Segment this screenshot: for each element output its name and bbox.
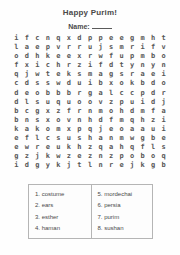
grid-cell-r8c2: l	[22, 98, 33, 107]
grid-cell-r6c4: s	[43, 79, 54, 88]
grid-cell-r8c15: j	[158, 98, 169, 107]
grid-cell-r3c4: k	[43, 52, 54, 61]
grid-cell-r6c15: o	[158, 79, 169, 88]
grid-cell-r15c11: e	[116, 161, 127, 170]
grid-cell-r15c1: i	[11, 161, 22, 170]
grid-cell-r7c2: e	[22, 89, 33, 98]
page-title: Happy Purim!	[0, 8, 180, 17]
grid-cell-r1c15: t	[158, 34, 169, 43]
grid-cell-r9c11: h	[116, 107, 127, 116]
grid-cell-r12c3: l	[32, 134, 43, 143]
grid-cell-r4c2: x	[22, 61, 33, 70]
grid-cell-r15c12: j	[127, 161, 138, 170]
grid-cell-r13c8: z	[85, 143, 96, 152]
grid-cell-r4c10: d	[106, 61, 117, 70]
grid-cell-r3c12: p	[127, 52, 138, 61]
grid-cell-r2c2: a	[22, 43, 33, 52]
grid-cell-r10c8: h	[85, 116, 96, 125]
grid-cell-r5c11: s	[116, 70, 127, 79]
grid-cell-r15c5: k	[53, 161, 64, 170]
grid-cell-r14c12: o	[127, 152, 138, 161]
grid-cell-r1c8: p	[85, 34, 96, 43]
grid-cell-r4c13: n	[137, 61, 148, 70]
grid-cell-r14c9: n	[95, 152, 106, 161]
grid-cell-r10c2: n	[22, 116, 33, 125]
grid-cell-r3c6: e	[64, 52, 75, 61]
grid-cell-r9c4: x	[43, 107, 54, 116]
grid-cell-r10c11: m	[116, 116, 127, 125]
word-item: 1. costume	[35, 189, 89, 200]
grid-cell-r12c10: n	[106, 134, 117, 143]
grid-cell-r9c3: g	[32, 107, 43, 116]
grid-cell-r10c13: h	[137, 116, 148, 125]
grid-cell-r1c12: g	[127, 34, 138, 43]
word-item: 3. esther	[35, 212, 89, 223]
grid-cell-r4c5: h	[53, 61, 64, 70]
grid-cell-r8c9: v	[95, 98, 106, 107]
grid-cell-r6c6: d	[64, 79, 75, 88]
grid-cell-r14c13: b	[137, 152, 148, 161]
grid-cell-r11c14: u	[148, 125, 159, 134]
grid-cell-r7c12: c	[127, 89, 138, 98]
grid-cell-r14c7: e	[74, 152, 85, 161]
grid-cell-r8c1: d	[11, 98, 22, 107]
grid-cell-r9c1: b	[11, 107, 22, 116]
grid-cell-r4c6: r	[64, 61, 75, 70]
grid-cell-r10c5: o	[53, 116, 64, 125]
grid-cell-r10c9: d	[95, 116, 106, 125]
grid-cell-r8c6: u	[64, 98, 75, 107]
word-item: 6. persia	[98, 200, 151, 211]
word-search-grid: ifcnqxdppeegmhtlaepvrrujsmrifvodhkeexrwf…	[11, 34, 169, 170]
grid-cell-r12c8: h	[85, 134, 96, 143]
grid-cell-r4c7: z	[74, 61, 85, 70]
worksheet-page: Happy Purim! Name: ifcnqxdppeegmhtlaepvr…	[0, 0, 180, 255]
grid-cell-r11c9: j	[95, 125, 106, 134]
grid-cell-r14c15: q	[158, 152, 169, 161]
grid-cell-r13c13: f	[137, 143, 148, 152]
grid-cell-r14c6: z	[64, 152, 75, 161]
grid-cell-r2c7: r	[74, 43, 85, 52]
grid-cell-r7c7: r	[74, 89, 85, 98]
grid-cell-r1c2: f	[22, 34, 33, 43]
grid-cell-r13c4: e	[43, 143, 54, 152]
grid-cell-r15c9: n	[95, 161, 106, 170]
grid-cell-r10c1: b	[11, 116, 22, 125]
grid-cell-r8c3: s	[32, 98, 43, 107]
grid-cell-r6c9: b	[95, 79, 106, 88]
grid-cell-r10c3: s	[32, 116, 43, 125]
grid-cell-r9c6: f	[64, 107, 75, 116]
grid-cell-r15c6: j	[64, 161, 75, 170]
grid-cell-r15c4: y	[43, 161, 54, 170]
grid-cell-r6c14: d	[148, 79, 159, 88]
grid-cell-r12c5: s	[53, 134, 64, 143]
grid-cell-r13c14: l	[148, 143, 159, 152]
grid-cell-r10c6: v	[64, 116, 75, 125]
grid-cell-r6c13: b	[137, 79, 148, 88]
grid-cell-r13c11: h	[116, 143, 127, 152]
grid-cell-r7c5: b	[53, 89, 64, 98]
grid-cell-r13c10: a	[106, 143, 117, 152]
grid-cell-r12c7: s	[74, 134, 85, 143]
grid-cell-r15c15: b	[158, 161, 169, 170]
grid-cell-r5c4: t	[43, 70, 54, 79]
grid-cell-r7c14: d	[148, 89, 159, 98]
grid-cell-r9c13: m	[137, 107, 148, 116]
grid-cell-r4c11: t	[116, 61, 127, 70]
grid-cell-r14c3: j	[32, 152, 43, 161]
grid-cell-r12c11: m	[116, 134, 127, 143]
grid-cell-r3c7: x	[74, 52, 85, 61]
grid-cell-r12c6: u	[64, 134, 75, 143]
grid-cell-r13c1: e	[11, 143, 22, 152]
grid-cell-r13c6: k	[64, 143, 75, 152]
grid-cell-r4c8: i	[85, 61, 96, 70]
grid-cell-r5c14: e	[148, 70, 159, 79]
grid-cell-r5c10: g	[106, 70, 117, 79]
grid-cell-r7c9: a	[95, 89, 106, 98]
grid-cell-r3c14: b	[148, 52, 159, 61]
grid-cell-r10c15: i	[158, 116, 169, 125]
grid-cell-r1c11: e	[116, 34, 127, 43]
grid-cell-r5c1: q	[11, 70, 22, 79]
grid-cell-r15c10: r	[106, 161, 117, 170]
name-line: Name:	[0, 22, 180, 30]
grid-cell-r10c4: x	[43, 116, 54, 125]
grid-cell-r15c2: d	[22, 161, 33, 170]
grid-cell-r14c2: z	[22, 152, 33, 161]
grid-cell-r1c4: n	[43, 34, 54, 43]
grid-cell-r11c3: k	[32, 125, 43, 134]
grid-cell-r7c3: o	[32, 89, 43, 98]
grid-cell-r15c13: k	[137, 161, 148, 170]
grid-cell-r12c1: e	[11, 134, 22, 143]
word-list-box: 1. costume 2. ears 3. esther 4. haman 5.…	[28, 184, 153, 239]
grid-cell-r10c12: q	[127, 116, 138, 125]
grid-cell-r8c13: i	[137, 98, 148, 107]
grid-cell-r8c7: o	[74, 98, 85, 107]
word-item: 7. purim	[98, 212, 151, 223]
grid-cell-r6c2: d	[22, 79, 33, 88]
name-label: Name:	[68, 23, 89, 30]
grid-cell-r4c4: c	[43, 61, 54, 70]
grid-cell-r7c1: d	[11, 89, 22, 98]
grid-cell-r1c1: i	[11, 34, 22, 43]
grid-cell-r13c2: w	[22, 143, 33, 152]
grid-cell-r2c12: r	[127, 43, 138, 52]
grid-cell-r4c15: n	[158, 61, 169, 70]
grid-cell-r11c5: m	[53, 125, 64, 134]
grid-cell-r2c5: v	[53, 43, 64, 52]
word-item: 5. mordechai	[98, 189, 151, 200]
grid-cell-r8c4: u	[43, 98, 54, 107]
grid-cell-r6c11: o	[116, 79, 127, 88]
grid-cell-r5c7: s	[74, 70, 85, 79]
grid-cell-r3c8: r	[85, 52, 96, 61]
grid-cell-r2c10: s	[106, 43, 117, 52]
grid-cell-r6c5: w	[53, 79, 64, 88]
grid-cell-r8c5: q	[53, 98, 64, 107]
grid-cell-r7c4: b	[43, 89, 54, 98]
grid-cell-r8c8: o	[85, 98, 96, 107]
grid-cell-r9c10: o	[106, 107, 117, 116]
grid-cell-r2c8: u	[85, 43, 96, 52]
grid-cell-r9c2: c	[22, 107, 33, 116]
grid-cell-r12c14: b	[148, 134, 159, 143]
grid-cell-r1c7: d	[74, 34, 85, 43]
word-item: 4. haman	[35, 223, 89, 234]
grid-cell-r2c3: e	[32, 43, 43, 52]
grid-cell-r12c12: w	[127, 134, 138, 143]
grid-cell-r4c14: y	[148, 61, 159, 70]
word-item: 8. sushan	[98, 223, 151, 234]
grid-cell-r14c10: z	[106, 152, 117, 161]
grid-cell-r5c6: k	[64, 70, 75, 79]
grid-cell-r11c4: o	[43, 125, 54, 134]
grid-cell-r5c5: e	[53, 70, 64, 79]
grid-cell-r7c13: p	[137, 89, 148, 98]
grid-cell-r11c15: i	[158, 125, 169, 134]
grid-cell-r13c5: u	[53, 143, 64, 152]
grid-cell-r8c14: d	[148, 98, 159, 107]
grid-cell-r3c1: o	[11, 52, 22, 61]
grid-cell-r15c7: t	[74, 161, 85, 170]
grid-cell-r8c12: u	[127, 98, 138, 107]
grid-cell-r9c14: f	[148, 107, 159, 116]
grid-cell-r5c9: a	[95, 70, 106, 79]
grid-cell-r3c5: e	[53, 52, 64, 61]
grid-cell-r14c11: p	[116, 152, 127, 161]
grid-cell-r5c13: a	[137, 70, 148, 79]
grid-cell-r6c7: u	[74, 79, 85, 88]
grid-cell-r10c7: n	[74, 116, 85, 125]
grid-cell-r2c14: f	[148, 43, 159, 52]
grid-cell-r6c12: k	[127, 79, 138, 88]
grid-cell-r1c9: p	[95, 34, 106, 43]
grid-cell-r1c6: x	[64, 34, 75, 43]
grid-cell-r13c3: r	[32, 143, 43, 152]
grid-cell-r5c2: j	[22, 70, 33, 79]
grid-cell-r9c15: a	[158, 107, 169, 116]
word-list-left-column: 1. costume 2. ears 3. esther 4. haman	[29, 185, 91, 238]
grid-cell-r1c5: q	[53, 34, 64, 43]
grid-cell-r1c10: e	[106, 34, 117, 43]
grid-cell-r10c14: z	[148, 116, 159, 125]
grid-cell-r15c3: g	[32, 161, 43, 170]
grid-cell-r11c13: a	[137, 125, 148, 134]
grid-cell-r12c2: f	[22, 134, 33, 143]
grid-cell-r2c9: j	[95, 43, 106, 52]
grid-cell-r7c10: l	[106, 89, 117, 98]
grid-cell-r6c3: s	[32, 79, 43, 88]
grid-cell-r6c1: c	[11, 79, 22, 88]
grid-cell-r11c10: e	[106, 125, 117, 134]
grid-cell-r11c8: q	[85, 125, 96, 134]
grid-cell-r14c8: z	[85, 152, 96, 161]
grid-cell-r15c14: g	[148, 161, 159, 170]
grid-cell-r12c15: e	[158, 134, 169, 143]
grid-cell-r3c9: w	[95, 52, 106, 61]
grid-cell-r5c12: r	[127, 70, 138, 79]
word-list-right-column: 5. mordechai 6. persia 7. purim 8. susha…	[91, 185, 153, 238]
grid-cell-r4c9: f	[95, 61, 106, 70]
grid-cell-r12c4: c	[43, 134, 54, 143]
grid-cell-r14c1: g	[11, 152, 22, 161]
grid-cell-r4c12: y	[127, 61, 138, 70]
grid-cell-r3c3: h	[32, 52, 43, 61]
grid-cell-r1c14: h	[148, 34, 159, 43]
word-item: 2. ears	[35, 200, 89, 211]
grid-cell-r5c3: w	[32, 70, 43, 79]
grid-cell-r9c7: r	[74, 107, 85, 116]
grid-cell-r3c2: d	[22, 52, 33, 61]
grid-cell-r8c10: z	[106, 98, 117, 107]
grid-cell-r3c11: u	[116, 52, 127, 61]
grid-cell-r4c3: i	[32, 61, 43, 70]
grid-cell-r5c8: m	[85, 70, 96, 79]
grid-cell-r2c1: l	[11, 43, 22, 52]
grid-cell-r12c9: a	[95, 134, 106, 143]
grid-cell-r11c6: x	[64, 125, 75, 134]
grid-cell-r14c14: o	[148, 152, 159, 161]
grid-cell-r11c12: a	[127, 125, 138, 134]
grid-cell-r9c9: m	[95, 107, 106, 116]
grid-cell-r3c10: f	[106, 52, 117, 61]
grid-cell-r8c11: p	[116, 98, 127, 107]
grid-cell-r2c4: p	[43, 43, 54, 52]
grid-cell-r15c8: l	[85, 161, 96, 170]
grid-cell-r9c5: z	[53, 107, 64, 116]
grid-cell-r2c6: r	[64, 43, 75, 52]
grid-cell-r3c15: o	[158, 52, 169, 61]
grid-cell-r11c2: a	[22, 125, 33, 134]
grid-cell-r9c8: n	[85, 107, 96, 116]
grid-cell-r11c7: p	[74, 125, 85, 134]
grid-cell-r14c4: k	[43, 152, 54, 161]
grid-cell-r11c11: o	[116, 125, 127, 134]
grid-cell-r13c15: s	[158, 143, 169, 152]
grid-cell-r10c10: f	[106, 116, 117, 125]
name-blank-line	[92, 22, 112, 29]
grid-cell-r7c11: c	[116, 89, 127, 98]
grid-cell-r9c12: d	[127, 107, 138, 116]
grid-cell-r2c11: m	[116, 43, 127, 52]
grid-cell-r13c12: q	[127, 143, 138, 152]
grid-cell-r7c8: g	[85, 89, 96, 98]
grid-cell-r14c5: w	[53, 152, 64, 161]
grid-cell-r2c13: i	[137, 43, 148, 52]
grid-cell-r7c15: r	[158, 89, 169, 98]
grid-cell-r2c15: v	[158, 43, 169, 52]
grid-cell-r4c1: f	[11, 61, 22, 70]
grid-cell-r12c13: g	[137, 134, 148, 143]
grid-cell-r13c9: q	[95, 143, 106, 152]
grid-cell-r11c1: k	[11, 125, 22, 134]
grid-cell-r5c15: i	[158, 70, 169, 79]
grid-cell-r6c10: x	[106, 79, 117, 88]
grid-cell-r1c13: m	[137, 34, 148, 43]
grid-cell-r13c7: h	[74, 143, 85, 152]
grid-cell-r6c8: i	[85, 79, 96, 88]
grid-cell-r3c13: m	[137, 52, 148, 61]
grid-cell-r1c3: c	[32, 34, 43, 43]
grid-cell-r7c6: b	[64, 89, 75, 98]
